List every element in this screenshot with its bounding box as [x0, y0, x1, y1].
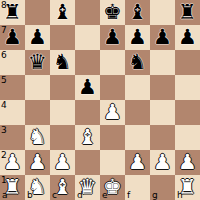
square-d4[interactable] [75, 100, 100, 125]
square-c8[interactable]: ♝ [50, 0, 75, 25]
square-g7[interactable]: ♟ [150, 25, 175, 50]
square-c4[interactable] [50, 100, 75, 125]
square-g3[interactable] [150, 125, 175, 150]
square-f8[interactable]: ♝ [125, 0, 150, 25]
square-g6[interactable] [150, 50, 175, 75]
square-f5[interactable] [125, 75, 150, 100]
piece-black-pawn[interactable]: ♟ [78, 75, 97, 100]
square-h1[interactable]: ♜ [175, 175, 200, 200]
piece-black-queen[interactable]: ♛ [28, 50, 47, 75]
square-c5[interactable] [50, 75, 75, 100]
piece-white-king[interactable]: ♚ [103, 175, 122, 200]
square-c7[interactable] [50, 25, 75, 50]
piece-black-pawn[interactable]: ♟ [153, 25, 172, 50]
piece-black-knight[interactable]: ♞ [53, 50, 72, 75]
chess-board: ♜♝♚♝♜♟♟♟♟♟♟♛♞♞♟♟♞♝♟♟♟♟♟♟♜♞♝♛♚♜87654321ab… [0, 0, 200, 200]
piece-black-king[interactable]: ♚ [103, 0, 122, 25]
square-d2[interactable] [75, 150, 100, 175]
piece-white-rook[interactable]: ♜ [3, 175, 22, 200]
piece-black-rook[interactable]: ♜ [3, 0, 22, 25]
square-f3[interactable] [125, 125, 150, 150]
piece-black-knight[interactable]: ♞ [128, 50, 147, 75]
square-c6[interactable]: ♞ [50, 50, 75, 75]
square-e5[interactable] [100, 75, 125, 100]
square-g2[interactable]: ♟ [150, 150, 175, 175]
square-f7[interactable]: ♟ [125, 25, 150, 50]
square-f4[interactable] [125, 100, 150, 125]
square-a6[interactable] [0, 50, 25, 75]
square-b3[interactable]: ♞ [25, 125, 50, 150]
square-b8[interactable] [25, 0, 50, 25]
piece-white-pawn[interactable]: ♟ [128, 150, 147, 175]
square-h2[interactable]: ♟ [175, 150, 200, 175]
square-f6[interactable]: ♞ [125, 50, 150, 75]
square-a2[interactable]: ♟ [0, 150, 25, 175]
piece-white-pawn[interactable]: ♟ [153, 150, 172, 175]
piece-black-pawn[interactable]: ♟ [178, 25, 197, 50]
square-g8[interactable] [150, 0, 175, 25]
square-c2[interactable]: ♟ [50, 150, 75, 175]
piece-white-bishop[interactable]: ♝ [53, 175, 72, 200]
piece-white-queen[interactable]: ♛ [78, 175, 97, 200]
square-e3[interactable] [100, 125, 125, 150]
square-h8[interactable]: ♜ [175, 0, 200, 25]
square-e6[interactable] [100, 50, 125, 75]
square-e4[interactable]: ♟ [100, 100, 125, 125]
square-d7[interactable] [75, 25, 100, 50]
piece-black-rook[interactable]: ♜ [178, 0, 197, 25]
square-a5[interactable] [0, 75, 25, 100]
piece-white-rook[interactable]: ♜ [178, 175, 197, 200]
piece-white-bishop[interactable]: ♝ [78, 125, 97, 150]
square-g1[interactable] [150, 175, 175, 200]
square-c3[interactable] [50, 125, 75, 150]
piece-white-knight[interactable]: ♞ [28, 125, 47, 150]
square-g5[interactable] [150, 75, 175, 100]
square-d1[interactable]: ♛ [75, 175, 100, 200]
piece-white-pawn[interactable]: ♟ [28, 150, 47, 175]
square-a7[interactable]: ♟ [0, 25, 25, 50]
square-a8[interactable]: ♜ [0, 0, 25, 25]
square-d3[interactable]: ♝ [75, 125, 100, 150]
piece-black-pawn[interactable]: ♟ [3, 25, 22, 50]
piece-white-pawn[interactable]: ♟ [3, 150, 22, 175]
square-b1[interactable]: ♞ [25, 175, 50, 200]
piece-white-pawn[interactable]: ♟ [53, 150, 72, 175]
piece-black-pawn[interactable]: ♟ [28, 25, 47, 50]
piece-white-knight[interactable]: ♞ [28, 175, 47, 200]
square-h5[interactable] [175, 75, 200, 100]
square-g4[interactable] [150, 100, 175, 125]
square-a1[interactable]: ♜ [0, 175, 25, 200]
piece-white-pawn[interactable]: ♟ [103, 100, 122, 125]
square-e8[interactable]: ♚ [100, 0, 125, 25]
square-f2[interactable]: ♟ [125, 150, 150, 175]
square-b7[interactable]: ♟ [25, 25, 50, 50]
square-e1[interactable]: ♚ [100, 175, 125, 200]
square-c1[interactable]: ♝ [50, 175, 75, 200]
square-d8[interactable] [75, 0, 100, 25]
piece-black-pawn[interactable]: ♟ [103, 25, 122, 50]
piece-black-bishop[interactable]: ♝ [128, 0, 147, 25]
square-b6[interactable]: ♛ [25, 50, 50, 75]
square-e7[interactable]: ♟ [100, 25, 125, 50]
square-b2[interactable]: ♟ [25, 150, 50, 175]
square-b4[interactable] [25, 100, 50, 125]
square-a4[interactable] [0, 100, 25, 125]
piece-black-pawn[interactable]: ♟ [128, 25, 147, 50]
square-h7[interactable]: ♟ [175, 25, 200, 50]
square-d5[interactable]: ♟ [75, 75, 100, 100]
square-h3[interactable] [175, 125, 200, 150]
piece-white-pawn[interactable]: ♟ [178, 150, 197, 175]
square-e2[interactable] [100, 150, 125, 175]
piece-black-bishop[interactable]: ♝ [53, 0, 72, 25]
square-a3[interactable] [0, 125, 25, 150]
square-h4[interactable] [175, 100, 200, 125]
square-b5[interactable] [25, 75, 50, 100]
square-f1[interactable] [125, 175, 150, 200]
square-h6[interactable] [175, 50, 200, 75]
square-d6[interactable] [75, 50, 100, 75]
